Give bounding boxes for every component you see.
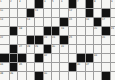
clue-number: 5 [52,0,54,1]
cell-2-2[interactable] [18,18,25,26]
cell-5-0[interactable] [0,45,9,53]
cell-0-11[interactable]: 8 [94,0,101,8]
cell-4-10[interactable] [86,36,93,44]
black-cell-2-7 [60,18,67,26]
cell-7-11[interactable] [94,63,101,71]
cell-7-0[interactable]: 34 [0,63,9,71]
cell-7-12[interactable] [102,63,109,71]
black-cell-0-4 [35,0,42,8]
cell-1-8[interactable]: 12 [69,9,76,17]
cell-7-2[interactable]: 35 [18,63,25,71]
cell-1-13[interactable] [111,9,115,17]
cell-8-7[interactable] [60,72,67,80]
clue-number: 1 [0,0,2,1]
cell-3-0[interactable] [0,27,9,35]
black-cell-4-3 [27,36,34,44]
cell-0-5[interactable]: 4 [44,0,51,8]
black-cell-0-8 [69,0,76,8]
cell-4-5[interactable]: 23 [44,36,51,44]
clue-number: 7 [77,0,79,1]
cell-2-5[interactable] [44,18,51,26]
cell-0-0[interactable]: 1 [0,0,9,8]
cell-4-9[interactable] [77,36,84,44]
black-cell-4-4 [35,36,42,44]
cell-7-7[interactable] [60,63,67,71]
cell-3-2[interactable]: 18 [18,27,25,35]
cell-5-7[interactable]: 31 [60,45,67,53]
cell-6-5[interactable]: 32 [44,54,51,62]
cell-0-3[interactable] [27,0,34,8]
cell-3-8[interactable] [69,27,76,35]
cell-0-13[interactable]: 9 [111,0,115,8]
cell-7-5[interactable] [44,63,51,71]
cell-4-6[interactable]: 24 [52,36,59,44]
cell-8-8[interactable] [69,72,76,80]
cell-6-6[interactable] [52,54,59,62]
cell-0-12[interactable] [102,0,109,8]
cell-3-9[interactable] [77,27,84,35]
cell-4-13[interactable] [111,36,115,44]
cell-1-11[interactable] [94,9,101,17]
cell-4-12[interactable]: 26 [102,36,109,44]
black-cell-6-1 [10,54,17,62]
cell-5-9[interactable] [77,45,84,53]
black-cell-7-8 [69,63,76,71]
cell-2-13[interactable] [111,18,115,26]
cell-6-8[interactable] [69,54,76,62]
clue-number: 2 [10,0,12,1]
black-cell-8-12 [102,72,109,80]
cell-1-9[interactable] [77,9,84,17]
cell-2-9[interactable] [77,18,84,26]
cell-7-3[interactable] [27,63,34,71]
cell-1-1[interactable] [10,9,17,17]
cell-4-11[interactable] [94,36,101,44]
black-cell-3-12 [102,27,109,35]
cell-7-6[interactable] [52,63,59,71]
cell-0-7[interactable]: 6 [60,0,67,8]
clue-number: 9 [111,0,113,1]
cell-2-3[interactable]: 14 [27,18,34,26]
black-cell-7-1 [10,63,17,71]
black-cell-3-6 [52,27,59,35]
cell-8-13[interactable] [111,72,115,80]
cell-1-0[interactable]: 10 [0,9,9,17]
cell-5-3[interactable]: 28 [27,45,34,53]
cell-5-12[interactable] [102,45,109,53]
cell-8-10[interactable] [86,72,93,80]
cell-2-10[interactable]: 16 [86,18,93,26]
black-cell-6-4 [35,54,42,62]
cell-1-2[interactable] [18,9,25,17]
cell-2-0[interactable]: 13 [0,18,9,26]
cell-0-6[interactable]: 5 [52,0,59,8]
black-cell-6-10 [86,54,93,62]
black-cell-4-7 [60,36,67,44]
clue-number: 8 [94,0,96,1]
cell-8-1[interactable]: 39 [10,72,17,80]
cell-4-2[interactable] [18,36,25,44]
black-cell-8-4 [35,72,42,80]
black-cell-3-5 [44,27,51,35]
cell-6-7[interactable] [60,54,67,62]
cell-2-4[interactable] [35,18,42,26]
cell-3-13[interactable]: 21 [111,27,115,35]
cell-5-2[interactable]: 27 [18,45,25,53]
cell-4-1[interactable] [10,36,17,44]
cell-3-7[interactable]: 19 [60,27,67,35]
cell-2-1[interactable] [10,18,17,26]
cell-1-4[interactable]: 11 [35,9,42,17]
black-cell-6-9 [77,54,84,62]
cell-7-13[interactable] [111,63,115,71]
cell-8-9[interactable] [77,72,84,80]
cell-4-0[interactable]: 22 [0,36,9,44]
cell-8-0[interactable]: 38 [0,72,9,80]
black-cell-1-3 [27,9,34,17]
cell-8-11[interactable] [94,72,101,80]
black-cell-5-5 [44,45,51,53]
cell-4-8[interactable]: 25 [69,36,76,44]
cell-5-10[interactable] [86,45,93,53]
black-cell-2-11 [94,18,101,26]
black-cell-5-1 [10,45,17,53]
cell-3-10[interactable] [86,27,93,35]
cell-8-2[interactable] [18,72,25,80]
cell-7-4[interactable] [35,63,42,71]
cell-6-13[interactable] [111,54,115,62]
cell-6-3[interactable] [27,54,34,62]
cell-6-12[interactable] [102,54,109,62]
black-cell-6-0 [0,54,9,62]
cell-0-2[interactable]: 3 [18,0,25,8]
cell-6-11[interactable]: 33 [94,54,101,62]
cell-8-6[interactable] [52,72,59,80]
black-cell-0-10 [86,0,93,8]
clue-number: 3 [19,0,21,1]
black-cell-3-1 [10,27,17,35]
black-cell-1-10 [86,9,93,17]
cell-3-4[interactable] [35,27,42,35]
black-cell-1-12 [102,9,109,17]
cell-7-10[interactable]: 37 [86,63,93,71]
cell-0-1[interactable]: 2 [10,0,17,8]
cell-1-6[interactable] [52,9,59,17]
black-cell-6-2 [18,54,25,62]
cell-5-4[interactable]: 29 [35,45,42,53]
cell-8-5[interactable]: 40 [44,72,51,80]
cell-0-9[interactable]: 7 [77,0,84,8]
crossword-grid: 1234567891011121314151617181920212223242… [0,0,115,80]
cell-3-3[interactable] [27,27,34,35]
cell-5-11[interactable] [94,45,101,53]
cell-5-8[interactable] [69,45,76,53]
cell-1-5[interactable] [44,9,51,17]
cell-3-11[interactable]: 20 [94,27,101,35]
cell-5-13[interactable] [111,45,115,53]
clue-number: 6 [61,0,63,1]
cell-7-9[interactable]: 36 [77,63,84,71]
cell-8-3[interactable] [27,72,34,80]
cell-5-6[interactable]: 30 [52,45,59,53]
clue-number: 4 [44,0,46,1]
cell-1-7[interactable] [60,9,67,17]
cell-2-8[interactable]: 15 [69,18,76,26]
cell-2-12[interactable]: 17 [102,18,109,26]
cell-2-6[interactable] [52,18,59,26]
